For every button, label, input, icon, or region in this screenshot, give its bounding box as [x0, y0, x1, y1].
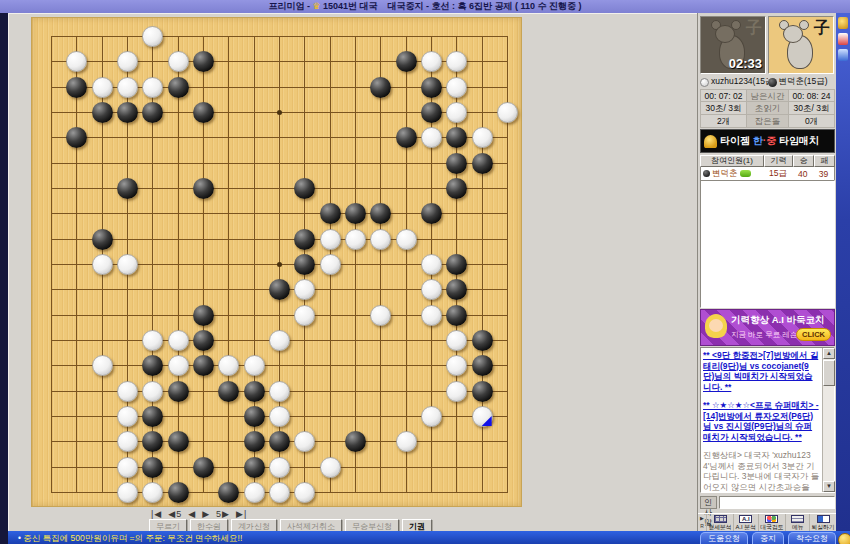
stone-black	[193, 305, 214, 326]
rank-header[interactable]: 기력	[764, 155, 793, 167]
stone-black	[66, 77, 87, 98]
ai-banner-subtitle: 지금 바로 무료 레슨	[731, 330, 797, 340]
stone-black	[244, 381, 265, 402]
stone-white	[117, 406, 138, 427]
stone-black	[193, 330, 214, 351]
toolbar-mini-toggle[interactable]: ▶R	[698, 514, 707, 531]
stone-white	[472, 406, 493, 427]
white-captures: 2개	[700, 115, 747, 128]
leave-room-button[interactable]: 퇴실하기	[810, 514, 837, 531]
item-badge-icon	[740, 170, 751, 177]
ai-girl-face-icon	[709, 319, 723, 332]
stone-white	[92, 77, 113, 98]
black-player-name-cell: 변덕춘(15급)	[768, 76, 836, 88]
black-captures: 0개	[788, 115, 835, 128]
stone-white	[117, 381, 138, 402]
stone-white	[320, 254, 341, 275]
last-move-marker	[482, 416, 492, 426]
wins-header[interactable]: 승	[793, 155, 814, 167]
time-info-table: 00: 07: 02 남은시간 00: 08: 24 30초/ 3회 초읽기 3…	[700, 89, 835, 128]
captures-label: 잡은돌	[747, 115, 788, 128]
exit-door-icon	[817, 515, 830, 523]
stone-white	[396, 431, 417, 452]
stone-black	[472, 153, 493, 174]
chat-messages: ** <9단 한중전>[7]번방에서 길태리(9단)님 vs cocojanet…	[701, 348, 822, 492]
stone-black	[244, 406, 265, 427]
stone-black	[244, 431, 265, 452]
trophy-icon	[704, 135, 717, 148]
sidebar-toolbar: ▶R 형세분석 A.I A.I 분석 대국검토 메뉴 퇴실하기	[698, 513, 837, 531]
stone-black	[168, 482, 189, 503]
gift-icon[interactable]	[838, 17, 848, 29]
stone-black	[92, 102, 113, 123]
analysis-grid-icon	[714, 515, 727, 523]
stone-white	[142, 482, 163, 503]
app-window: 프리미엄 - ♛ 15041번 대국 대국중지 - 호선 : 흑 6집반 공제 …	[0, 0, 850, 544]
ai-analysis-button[interactable]: A.I A.I 분석	[734, 514, 759, 531]
participant-list-area	[700, 180, 835, 308]
stone-white	[244, 482, 265, 503]
room-title: 15041번 대국	[323, 1, 378, 11]
stone-white	[320, 457, 341, 478]
scroll-down-icon[interactable]: ▼	[823, 481, 835, 492]
stone-white	[472, 127, 493, 148]
stone-white	[117, 254, 138, 275]
board-panel: |◀◀5◀▶5▶▶| 무르기 한수쉼 계가신청 사석제거취소 무승부신청 기권	[8, 13, 697, 531]
stone-white	[244, 355, 265, 376]
chat-announcement-link[interactable]: ** <9단 한중전>[7]번방에서 길태리(9단)님 vs cocojanet…	[703, 350, 820, 392]
losses-header[interactable]: 패	[814, 155, 835, 167]
stone-white	[117, 77, 138, 98]
event-banner[interactable]: 타이젬 한·중 타임매치	[700, 129, 835, 153]
stone-black	[446, 153, 467, 174]
byoyomi-label: 초읽기	[747, 102, 788, 115]
stone-black	[370, 77, 391, 98]
participant-name-cell: 변덕춘	[701, 168, 764, 180]
stone-white	[168, 355, 189, 376]
participant-wins: 40	[792, 169, 813, 179]
nav-forward-button[interactable]: ▶	[202, 509, 210, 519]
black-byoyomi: 30초/ 3회	[788, 102, 835, 115]
stone-white	[117, 457, 138, 478]
coin-icon[interactable]	[838, 533, 850, 544]
black-player-name: 변덕춘(15급)	[779, 76, 828, 88]
stone-white	[421, 254, 442, 275]
scroll-up-icon[interactable]: ▲	[823, 348, 835, 359]
bottom-ticker-bar: • 중신 특집에 500만원이유며 =의 주문: 무조건 면수하세요!! 도움요…	[8, 531, 850, 544]
stone-white	[294, 482, 315, 503]
ai-icon: A.I	[739, 515, 752, 523]
ticker-text: • 중신 특집에 500만원이유며 =의 주문: 무조건 면수하세요!!	[18, 533, 242, 544]
chat-box: ** <9단 한중전>[7]번방에서 길태리(9단)님 vs cocojanet…	[700, 347, 835, 493]
nav-first-button[interactable]: |◀	[151, 509, 162, 519]
stone-black	[218, 482, 239, 503]
move-request-button[interactable]: 착수요청	[788, 532, 836, 544]
chat-status-message: 진행상태> 대국자 'xuzhu1234'님께서 종료되어서 3분간 기다립니다…	[703, 450, 820, 492]
stone-black	[193, 102, 214, 123]
stone-white	[269, 457, 290, 478]
white-player-name: xuzhu1234(15급)	[711, 76, 768, 88]
stone-black	[92, 229, 113, 250]
star-point	[277, 110, 282, 115]
stone-black	[218, 381, 239, 402]
move-nav-row: |◀◀5◀▶5▶▶|	[151, 509, 253, 519]
stone-black	[117, 178, 138, 199]
event-banner-text: 타이젬 한·중 타임매치	[720, 134, 819, 148]
stone-white	[345, 229, 366, 250]
participant-name: 변덕춘	[712, 168, 738, 180]
stone-black	[446, 305, 467, 326]
stone-black	[421, 102, 442, 123]
position-analysis-button[interactable]: 형세분석	[707, 514, 734, 531]
ai-coach-banner[interactable]: 기력향상 A.I 바둑코치 지금 바로 무료 레슨 CLICK	[700, 309, 835, 346]
greeting-input[interactable]	[719, 496, 835, 509]
stone-white	[92, 254, 113, 275]
stone-black	[320, 203, 341, 224]
avatar-mouse-head-icon	[715, 25, 735, 43]
avatar-hanja: 子	[814, 18, 830, 39]
avatar-mouse-head-icon	[783, 25, 803, 43]
stone-white	[497, 102, 518, 123]
go-board[interactable]	[31, 17, 522, 507]
participant-stone-icon	[703, 170, 710, 177]
nav-forward5-button[interactable]: 5▶	[216, 509, 230, 519]
chat-scrollbar[interactable]: ▲ ▼	[822, 348, 834, 492]
participant-list-header: 참여인원(1) 기력 승 패	[700, 155, 835, 167]
click-button[interactable]: CLICK	[796, 328, 831, 341]
stone-white	[269, 330, 290, 351]
white-stone-icon	[700, 78, 709, 87]
stone-white	[142, 381, 163, 402]
stone-white	[269, 406, 290, 427]
review-icon	[765, 515, 778, 523]
participant-row[interactable]: 변덕춘 15급 40 39	[700, 167, 835, 180]
stone-white	[370, 305, 391, 326]
chat-announcement-link[interactable]: ** ☆★☆★☆<프로 슈퍼매치> - [14]번방에서 류자오저(P6단)님 …	[703, 400, 820, 442]
white-player-name-cell: xuzhu1234(15급)	[700, 76, 768, 88]
right-sidebar: 子 02:33 子 xuzhu1234(15급) 변덕춘(15급) 00: 07…	[697, 13, 836, 531]
stone-black	[117, 102, 138, 123]
title-prefix: 프리미엄 -	[268, 1, 310, 11]
right-edge-strip	[836, 13, 850, 531]
stop-button[interactable]: 중지	[752, 532, 784, 544]
stone-white	[117, 482, 138, 503]
shop-icon[interactable]	[838, 49, 848, 61]
stone-black	[193, 457, 214, 478]
stone-white	[370, 229, 391, 250]
black-time-remaining: 00: 08: 24	[788, 89, 835, 102]
white-byoyomi: 30초/ 3회	[700, 102, 747, 115]
stone-black	[193, 178, 214, 199]
stone-white	[168, 51, 189, 72]
item-icon[interactable]	[838, 33, 848, 45]
stone-white	[269, 381, 290, 402]
white-player-avatar: 子 02:33	[700, 16, 766, 74]
game-review-button[interactable]: 대국검토	[759, 514, 786, 531]
participant-rank: 15급	[764, 168, 793, 180]
scrollbar-thumb[interactable]	[823, 360, 835, 386]
ticker-buttons: 도움요청 중지 착수요청	[700, 532, 836, 544]
nav-back5-button[interactable]: ◀5	[168, 509, 182, 519]
stone-white	[421, 406, 442, 427]
crown-icon: ♛	[312, 1, 320, 11]
game-status: 대국중지 - 호선 : 흑 6집반 공제 ( 110 수 진행중 )	[388, 1, 582, 11]
black-stone-icon	[768, 78, 777, 87]
disconnect-timer: 02:33	[729, 56, 762, 71]
help-request-button[interactable]: 도움요청	[700, 532, 748, 544]
stone-black	[396, 127, 417, 148]
menu-icon	[791, 515, 804, 523]
participant-losses: 39	[813, 169, 834, 179]
stone-white	[142, 77, 163, 98]
greeting-label: 인사말	[700, 496, 717, 509]
star-point	[277, 262, 282, 267]
time-remaining-label: 남은시간	[747, 89, 788, 102]
stone-white	[421, 305, 442, 326]
menu-button[interactable]: 메뉴	[786, 514, 811, 531]
player-names-row: xuzhu1234(15급) 변덕춘(15급)	[700, 76, 835, 88]
title-bar: 프리미엄 - ♛ 15041번 대국 대국중지 - 호선 : 흑 6집반 공제 …	[0, 0, 850, 13]
stone-white	[320, 229, 341, 250]
ai-banner-title: 기력향상 A.I 바둑코치	[731, 314, 824, 327]
stone-white	[396, 229, 417, 250]
stone-black	[472, 355, 493, 376]
stone-white	[92, 355, 113, 376]
stone-black	[244, 457, 265, 478]
stone-black	[472, 381, 493, 402]
stone-black	[472, 330, 493, 351]
stone-black	[142, 457, 163, 478]
stone-white	[446, 381, 467, 402]
stone-black	[396, 51, 417, 72]
stone-black	[294, 229, 315, 250]
stone-white	[294, 305, 315, 326]
avatar-hanja: 子	[746, 18, 762, 39]
nav-last-button[interactable]: ▶|	[236, 509, 247, 519]
stone-black	[168, 77, 189, 98]
stone-black	[168, 381, 189, 402]
nav-back-button[interactable]: ◀	[188, 509, 196, 519]
stone-black	[421, 77, 442, 98]
stone-white	[269, 482, 290, 503]
white-time-remaining: 00: 07: 02	[700, 89, 747, 102]
stone-white	[446, 77, 467, 98]
stone-black	[168, 431, 189, 452]
black-player-avatar: 子	[768, 16, 834, 74]
left-edge-strip	[0, 13, 8, 544]
greeting-row: 인사말	[700, 495, 835, 510]
stone-white	[168, 330, 189, 351]
participants-count-header[interactable]: 참여인원(1)	[700, 155, 764, 167]
